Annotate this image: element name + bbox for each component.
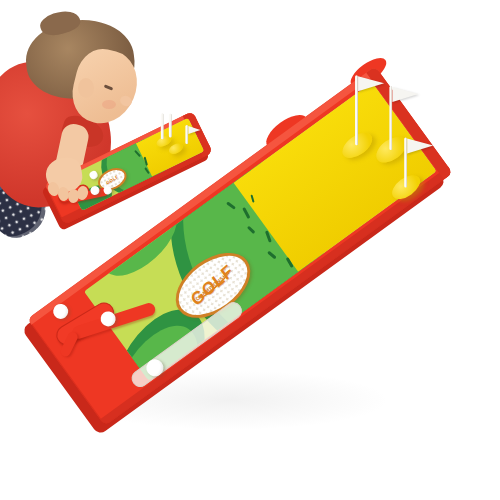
flag-pennant-icon xyxy=(358,76,384,91)
product-photo-stage: GOLF xyxy=(0,0,500,500)
flag-pennant-icon xyxy=(188,126,200,134)
toddler-hand-group xyxy=(0,0,120,220)
flag-post xyxy=(169,114,172,138)
flag-pole-icon xyxy=(161,113,164,139)
flag-post xyxy=(161,113,164,139)
flag-with-pennant xyxy=(389,86,392,150)
flag-pennant-icon xyxy=(392,87,418,102)
flag-with-pennant xyxy=(355,75,358,145)
flag-with-pennant xyxy=(185,125,188,144)
flag-pole-icon xyxy=(169,114,172,138)
flag-pennant-icon xyxy=(407,138,433,153)
flag-with-pennant xyxy=(404,137,407,187)
golf-hole-mound xyxy=(167,141,184,156)
